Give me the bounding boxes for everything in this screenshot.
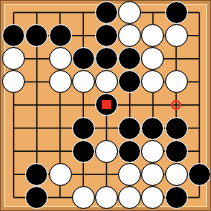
board-point[interactable] bbox=[188, 24, 211, 47]
black-stone bbox=[141, 117, 164, 140]
board-point[interactable] bbox=[48, 70, 71, 93]
board-point[interactable] bbox=[95, 70, 118, 93]
board-point[interactable] bbox=[141, 186, 164, 209]
board-point[interactable] bbox=[72, 1, 95, 24]
board-point[interactable] bbox=[2, 140, 25, 163]
black-stone bbox=[72, 140, 95, 163]
board-point[interactable] bbox=[48, 47, 71, 70]
board-point[interactable] bbox=[165, 47, 188, 70]
white-stone bbox=[118, 1, 141, 24]
white-stone bbox=[72, 186, 95, 209]
black-stone bbox=[118, 47, 141, 70]
board-point[interactable] bbox=[188, 186, 211, 209]
board-point[interactable] bbox=[95, 1, 118, 24]
board-point[interactable] bbox=[141, 1, 164, 24]
white-stone bbox=[141, 24, 164, 47]
board-point[interactable] bbox=[188, 93, 211, 116]
board-point[interactable] bbox=[141, 93, 164, 116]
board-point[interactable] bbox=[25, 24, 48, 47]
board-point[interactable] bbox=[48, 24, 71, 47]
black-stone bbox=[72, 117, 95, 140]
board-point[interactable] bbox=[188, 1, 211, 24]
board-point[interactable] bbox=[165, 186, 188, 209]
white-stone bbox=[95, 70, 118, 93]
board-point[interactable] bbox=[95, 93, 118, 116]
board-point[interactable] bbox=[141, 70, 164, 93]
black-stone bbox=[95, 47, 118, 70]
board-point[interactable] bbox=[25, 47, 48, 70]
board-point[interactable] bbox=[118, 1, 141, 24]
board-point[interactable] bbox=[95, 186, 118, 209]
board-point[interactable] bbox=[141, 117, 164, 140]
white-stone bbox=[118, 24, 141, 47]
board-point[interactable] bbox=[188, 140, 211, 163]
white-stone bbox=[118, 163, 141, 186]
white-stone bbox=[95, 186, 118, 209]
board-point[interactable] bbox=[165, 70, 188, 93]
board-point[interactable] bbox=[118, 140, 141, 163]
black-stone bbox=[118, 140, 141, 163]
board-point[interactable] bbox=[2, 186, 25, 209]
board-point[interactable] bbox=[48, 163, 71, 186]
board-point[interactable] bbox=[165, 140, 188, 163]
board-point[interactable] bbox=[25, 1, 48, 24]
board-point[interactable] bbox=[141, 24, 164, 47]
board-point[interactable] bbox=[25, 117, 48, 140]
black-stone bbox=[118, 70, 141, 93]
white-stone bbox=[2, 47, 25, 70]
board-point[interactable] bbox=[72, 186, 95, 209]
black-stone bbox=[165, 117, 188, 140]
board-point[interactable] bbox=[2, 93, 25, 116]
circle-marker bbox=[171, 100, 181, 110]
board-point[interactable] bbox=[95, 117, 118, 140]
board-point[interactable] bbox=[72, 93, 95, 116]
board-point[interactable] bbox=[118, 93, 141, 116]
white-stone bbox=[141, 70, 164, 93]
board-point[interactable] bbox=[188, 47, 211, 70]
white-stone bbox=[165, 70, 188, 93]
board-point[interactable] bbox=[25, 163, 48, 186]
black-stone bbox=[165, 1, 188, 24]
board-cells bbox=[2, 1, 211, 209]
white-stone bbox=[118, 186, 141, 209]
board-point[interactable] bbox=[188, 117, 211, 140]
board-point[interactable] bbox=[95, 163, 118, 186]
board-point[interactable] bbox=[48, 1, 71, 24]
white-stone bbox=[141, 186, 164, 209]
board-point[interactable] bbox=[2, 163, 25, 186]
black-stone bbox=[25, 24, 48, 47]
board-point[interactable] bbox=[72, 140, 95, 163]
board-point[interactable] bbox=[141, 163, 164, 186]
board-point[interactable] bbox=[118, 163, 141, 186]
black-stone bbox=[95, 24, 118, 47]
white-stone bbox=[72, 70, 95, 93]
black-stone bbox=[95, 93, 118, 116]
board-point[interactable] bbox=[48, 186, 71, 209]
board-point[interactable] bbox=[72, 47, 95, 70]
board-point[interactable] bbox=[165, 163, 188, 186]
board-point[interactable] bbox=[48, 140, 71, 163]
board-point[interactable] bbox=[141, 47, 164, 70]
black-stone bbox=[165, 186, 188, 209]
board-point[interactable] bbox=[2, 117, 25, 140]
board-point[interactable] bbox=[188, 70, 211, 93]
white-stone bbox=[49, 70, 72, 93]
white-stone bbox=[2, 70, 25, 93]
board-point[interactable] bbox=[48, 93, 71, 116]
black-stone bbox=[188, 163, 211, 186]
board-point[interactable] bbox=[165, 93, 188, 116]
white-stone bbox=[141, 47, 164, 70]
black-stone bbox=[118, 117, 141, 140]
board-point[interactable] bbox=[95, 47, 118, 70]
board-point[interactable] bbox=[118, 70, 141, 93]
board-point[interactable] bbox=[188, 163, 211, 186]
board-point[interactable] bbox=[2, 1, 25, 24]
board-point[interactable] bbox=[141, 140, 164, 163]
black-stone bbox=[165, 140, 188, 163]
black-stone bbox=[2, 24, 25, 47]
white-stone bbox=[95, 140, 118, 163]
white-stone bbox=[141, 163, 164, 186]
white-stone bbox=[165, 24, 188, 47]
square-marker bbox=[102, 100, 111, 109]
board-point[interactable] bbox=[72, 70, 95, 93]
board-point[interactable] bbox=[25, 93, 48, 116]
black-stone bbox=[72, 47, 95, 70]
board-point[interactable] bbox=[72, 24, 95, 47]
white-stone bbox=[165, 163, 188, 186]
white-stone bbox=[141, 140, 164, 163]
board-point[interactable] bbox=[118, 186, 141, 209]
board-point[interactable] bbox=[48, 117, 71, 140]
black-stone bbox=[25, 186, 48, 209]
board-point[interactable] bbox=[72, 163, 95, 186]
board-point[interactable] bbox=[95, 140, 118, 163]
board-point[interactable] bbox=[72, 117, 95, 140]
white-stone bbox=[49, 47, 72, 70]
board-point[interactable] bbox=[2, 47, 25, 70]
board-point[interactable] bbox=[2, 70, 25, 93]
board-point[interactable] bbox=[118, 24, 141, 47]
go-board bbox=[0, 0, 211, 211]
board-point[interactable] bbox=[25, 186, 48, 209]
board-point[interactable] bbox=[118, 117, 141, 140]
board-point[interactable] bbox=[2, 24, 25, 47]
board-point[interactable] bbox=[165, 24, 188, 47]
board-point[interactable] bbox=[118, 47, 141, 70]
white-stone bbox=[49, 163, 72, 186]
black-stone bbox=[95, 1, 118, 24]
board-point[interactable] bbox=[25, 140, 48, 163]
black-stone bbox=[25, 163, 48, 186]
board-point[interactable] bbox=[25, 70, 48, 93]
board-point[interactable] bbox=[165, 117, 188, 140]
board-point[interactable] bbox=[95, 24, 118, 47]
board-point[interactable] bbox=[165, 1, 188, 24]
black-stone bbox=[49, 24, 72, 47]
